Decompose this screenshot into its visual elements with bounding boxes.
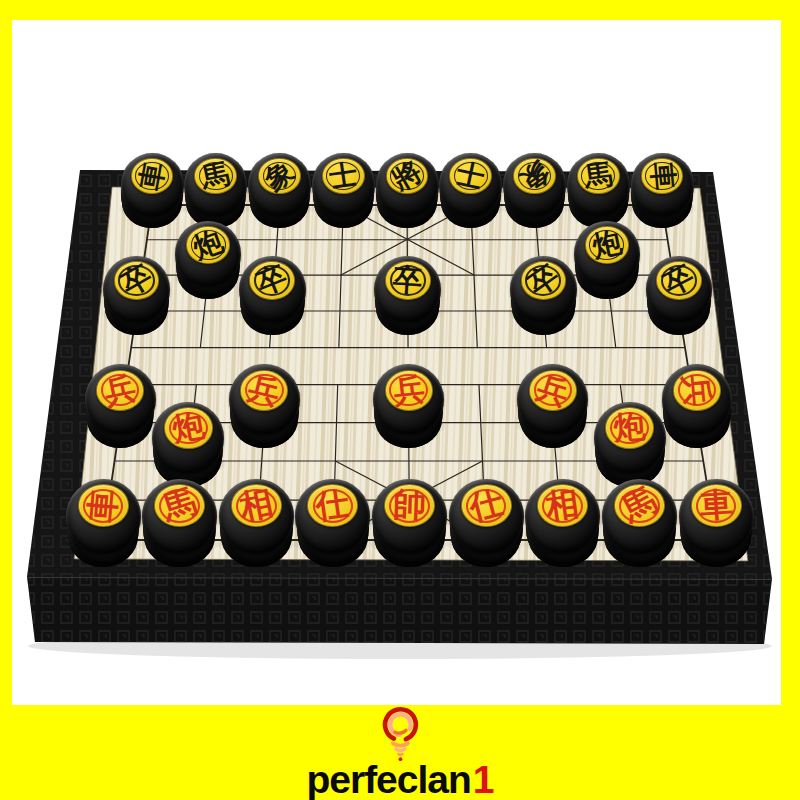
piece-character: 兵 <box>525 365 581 416</box>
piece-face: 炮 <box>186 226 231 264</box>
piece-character: 象 <box>508 150 561 202</box>
piece-red-advisor: 仕 <box>295 479 370 568</box>
piece-face: 相 <box>537 484 588 527</box>
piece-face: 卒 <box>385 261 430 300</box>
piece-black-soldier: 卒 <box>374 256 441 335</box>
piece-red-soldier: 兵 <box>373 364 444 448</box>
piece-red-general: 帥 <box>372 479 447 568</box>
piece-character: 兵 <box>94 366 147 414</box>
piece-black-horse: 馬 <box>184 153 247 227</box>
piece-character: 炮 <box>182 221 234 269</box>
piece-black-soldier: 卒 <box>103 256 170 335</box>
piece-character: 相 <box>228 480 285 531</box>
piece-black-horse: 馬 <box>567 153 630 227</box>
piece-character: 馬 <box>608 476 671 535</box>
brand-name: perfeclan <box>306 758 470 800</box>
piece-black-soldier: 卒 <box>510 256 577 335</box>
piece-face: 兵 <box>96 370 144 411</box>
piece-face: 車 <box>78 484 129 527</box>
piece-face: 馬 <box>154 484 205 527</box>
piece-character: 兵 <box>676 366 719 415</box>
piece-face: 卒 <box>249 261 294 300</box>
piece-red-cannon: 炮 <box>152 402 224 487</box>
piece-character: 兵 <box>237 366 291 415</box>
piece-red-horse: 馬 <box>602 479 677 568</box>
piece-character: 車 <box>80 480 125 532</box>
piece-face: 卒 <box>114 261 159 300</box>
piece-character: 仕 <box>457 480 515 533</box>
piece-character: 車 <box>643 154 681 198</box>
piece-black-chariot: 車 <box>121 153 184 227</box>
piece-cap: 將 <box>376 153 439 216</box>
piece-cap: 馬 <box>602 479 677 554</box>
piece-cap: 士 <box>312 153 375 216</box>
brand-text: perfeclan1 <box>306 760 493 799</box>
piece-black-soldier: 卒 <box>646 256 713 335</box>
piece-face: 仕 <box>461 484 512 527</box>
piece-cap: 相 <box>219 479 294 554</box>
piece-character: 馬 <box>192 155 239 197</box>
piece-red-elephant: 相 <box>525 479 600 568</box>
piece-face: 兵 <box>240 370 288 411</box>
piece-black-elephant: 象 <box>503 153 566 227</box>
piece-cap: 炮 <box>574 221 640 287</box>
piece-cap: 卒 <box>510 256 577 323</box>
piece-character: 象 <box>253 150 306 202</box>
piece-red-soldier: 兵 <box>662 364 733 448</box>
piece-cap: 炮 <box>152 402 224 474</box>
piece-cap: 馬 <box>142 479 217 554</box>
piece-character: 帥 <box>384 484 434 527</box>
piece-face: 象 <box>258 158 301 194</box>
piece-cap: 炮 <box>175 221 241 287</box>
piece-red-soldier: 兵 <box>229 364 300 448</box>
piece-cap: 兵 <box>229 364 300 435</box>
piece-cap: 卒 <box>374 256 441 323</box>
piece-face: 馬 <box>577 158 620 194</box>
piece-face: 兵 <box>673 370 721 411</box>
piece-character: 士 <box>447 155 494 197</box>
piece-cap: 馬 <box>567 153 630 216</box>
piece-character: 兵 <box>384 368 434 411</box>
piece-black-cannon: 炮 <box>175 221 241 298</box>
piece-face: 象 <box>513 158 556 194</box>
piece-face: 相 <box>231 484 282 527</box>
piece-character: 卒 <box>651 254 706 307</box>
piece-character: 卒 <box>515 253 572 308</box>
piece-red-advisor: 仕 <box>449 479 524 568</box>
product-image: { "game": "xiangqi", "scene": "product-p… <box>0 0 800 800</box>
piece-face: 馬 <box>194 158 237 194</box>
piece-face: 卒 <box>521 261 566 300</box>
piece-character: 炮 <box>161 404 214 451</box>
piece-red-horse: 馬 <box>142 479 217 568</box>
piece-cap: 兵 <box>373 364 444 435</box>
piece-face: 將 <box>386 158 429 194</box>
piece-face: 車 <box>641 158 684 194</box>
piece-black-advisor: 士 <box>439 153 502 227</box>
piece-face: 炮 <box>605 407 654 449</box>
piece-black-chariot: 車 <box>631 153 694 227</box>
piece-cap: 車 <box>631 153 694 216</box>
piece-character: 卒 <box>385 261 431 300</box>
piece-character: 車 <box>132 153 173 199</box>
piece-cap: 仕 <box>295 479 370 554</box>
piece-character: 車 <box>690 483 742 528</box>
piece-cap: 兵 <box>85 364 156 435</box>
piece-face: 車 <box>131 158 174 194</box>
piece-character: 仕 <box>306 482 360 530</box>
piece-cap: 帥 <box>372 479 447 554</box>
piece-face: 士 <box>449 158 492 194</box>
piece-cap: 車 <box>66 479 141 554</box>
piece-cap: 車 <box>121 153 184 216</box>
piece-cap: 卒 <box>103 256 170 323</box>
piece-face: 仕 <box>307 484 358 527</box>
piece-character: 馬 <box>150 479 209 533</box>
piece-cap: 卒 <box>646 256 713 323</box>
piece-red-cannon: 炮 <box>594 402 666 487</box>
piece-face: 馬 <box>614 484 665 527</box>
piece-face: 炮 <box>164 407 213 449</box>
piece-character: 相 <box>536 482 590 530</box>
piece-face: 兵 <box>529 370 577 411</box>
lightbulb-logo-icon <box>372 705 428 763</box>
brand-number: 1 <box>473 758 494 800</box>
piece-black-advisor: 士 <box>312 153 375 227</box>
piece-cap: 象 <box>248 153 311 216</box>
brand-watermark: perfeclan1 <box>306 705 493 799</box>
piece-red-elephant: 相 <box>219 479 294 568</box>
piece-face: 卒 <box>656 261 701 300</box>
piece-face: 帥 <box>384 484 435 527</box>
piece-black-general: 將 <box>376 153 439 227</box>
piece-black-elephant: 象 <box>248 153 311 227</box>
piece-black-soldier: 卒 <box>239 256 306 335</box>
pieces-layer: 車馬象士將士象馬車炮炮卒卒卒卒卒兵兵兵兵兵炮炮車馬相仕帥仕相馬車 <box>0 0 800 800</box>
piece-character: 炮 <box>605 407 655 450</box>
piece-face: 兵 <box>385 370 433 411</box>
piece-character: 炮 <box>582 223 631 267</box>
piece-character: 卒 <box>109 254 165 307</box>
piece-red-chariot: 車 <box>679 479 754 568</box>
piece-character: 士 <box>321 156 366 196</box>
piece-cap: 馬 <box>184 153 247 216</box>
piece-cap: 相 <box>525 479 600 554</box>
piece-black-cannon: 炮 <box>574 221 640 298</box>
piece-character: 馬 <box>576 156 621 196</box>
piece-face: 車 <box>691 484 742 527</box>
piece-red-soldier: 兵 <box>85 364 156 448</box>
piece-cap: 仕 <box>449 479 524 554</box>
piece-cap: 車 <box>679 479 754 554</box>
piece-character: 將 <box>381 151 434 201</box>
piece-red-chariot: 車 <box>66 479 141 568</box>
piece-red-soldier: 兵 <box>517 364 588 448</box>
piece-face: 士 <box>322 158 365 194</box>
piece-cap: 炮 <box>594 402 666 474</box>
piece-character: 卒 <box>245 255 299 305</box>
piece-cap: 士 <box>439 153 502 216</box>
piece-cap: 卒 <box>239 256 306 323</box>
piece-cap: 象 <box>503 153 566 216</box>
piece-face: 炮 <box>585 226 630 264</box>
